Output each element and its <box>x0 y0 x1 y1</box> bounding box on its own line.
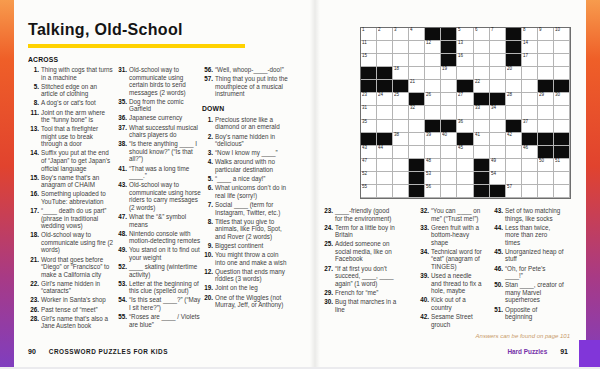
cell-number: 40 <box>442 133 447 137</box>
grid-cell[interactable]: 31 <box>361 106 377 119</box>
grid-cell[interactable] <box>441 185 457 198</box>
grid-cell[interactable] <box>393 185 409 198</box>
grid-cell[interactable]: 56 <box>425 185 441 198</box>
clue-across-36: 36.Japanese currency <box>116 114 201 122</box>
grid-cell[interactable]: 20 <box>506 67 522 80</box>
grid-cell[interactable]: 24 <box>377 93 393 106</box>
clue-down-3: 3.“Now I know my ____” <box>202 149 290 157</box>
page-gutter <box>310 0 320 369</box>
grid-cell[interactable] <box>474 67 490 80</box>
cell-number: 41 <box>475 133 480 137</box>
grid-cell[interactable] <box>554 120 570 133</box>
grid-cell[interactable]: 40 <box>441 133 457 146</box>
grid-cell-black <box>457 133 473 146</box>
cell-number: 25 <box>394 93 399 97</box>
grid-cell[interactable] <box>377 185 393 198</box>
grid-cell[interactable] <box>554 54 570 67</box>
grid-cell[interactable] <box>522 106 538 119</box>
grid-cell[interactable] <box>457 106 473 119</box>
grid-cell[interactable]: 19 <box>441 67 457 80</box>
grid-cell[interactable]: 39 <box>425 133 441 146</box>
grid-cell[interactable]: 25 <box>393 93 409 106</box>
clue-down-39: 39.Used a needle and thread to fix a hol… <box>418 272 482 295</box>
grid-cell[interactable] <box>409 67 425 80</box>
grid-cell[interactable]: 45 <box>457 146 473 159</box>
grid-cell[interactable] <box>506 106 522 119</box>
clue-across-35: 35.Dog from the comic Garfield <box>116 98 201 113</box>
clue-across-26: 26.Past tense of “meet” <box>28 306 115 314</box>
grid-cell[interactable] <box>506 80 522 93</box>
footer-right: Hard Puzzles 91 <box>430 348 568 355</box>
clue-across-43: 43.Old-school way to communicate using h… <box>116 181 201 211</box>
grid-cell-black <box>361 67 377 80</box>
clue-down-6: 6.What unicorns don’t do in real life (s… <box>202 184 290 199</box>
grid-cell[interactable]: 54 <box>490 172 506 185</box>
grid-cell[interactable]: 44 <box>377 146 393 159</box>
grid-cell[interactable] <box>441 159 457 172</box>
clue-down-12: 12.Question that ends many riddles (3 wo… <box>202 268 290 283</box>
grid-cell[interactable]: 12 <box>425 41 441 54</box>
clue-down-9: 9.Biggest continent <box>202 242 290 250</box>
cell-number: 47 <box>362 159 367 163</box>
grid-cell[interactable] <box>522 185 538 198</box>
grid-cell[interactable] <box>506 146 522 159</box>
cell-number: 15 <box>362 54 367 58</box>
clue-down-32: 32.“You can ____ on me” (“Trust me!”) <box>418 207 482 222</box>
clue-across-37: 37.What successful musical chairs player… <box>116 124 201 139</box>
grid-cell[interactable]: 4 <box>409 28 425 41</box>
grid-cell[interactable] <box>554 185 570 198</box>
grid-cell-black <box>393 80 409 93</box>
grid-cell[interactable] <box>538 172 554 185</box>
grid-cell[interactable] <box>409 146 425 159</box>
grid-cell[interactable] <box>490 41 506 54</box>
clue-across-21: 21.Word that goes before “Diego” or “Fra… <box>28 256 115 279</box>
grid-cell[interactable] <box>457 67 473 80</box>
clue-down-4: 4.Walks around with no particular destin… <box>202 158 290 173</box>
grid-cell-black <box>538 133 554 146</box>
clue-column-across-1: 1.Thing with cogs that turns in a machin… <box>28 66 115 331</box>
grid-cell-black <box>425 120 441 133</box>
grid-cell[interactable] <box>490 67 506 80</box>
cell-number: 42 <box>507 133 512 137</box>
grid-cell-black <box>409 172 425 185</box>
grid-cell[interactable] <box>409 54 425 67</box>
cell-number: 7 <box>491 28 493 32</box>
grid-cell[interactable] <box>441 146 457 159</box>
grid-cell[interactable]: 57 <box>506 185 522 198</box>
clue-down-1: 1.Precious stone like a diamond or an em… <box>202 116 290 131</box>
cell-number: 10 <box>555 28 560 32</box>
cell-number: 21 <box>410 80 415 84</box>
clue-column-across-down: 56.“Well, whoop-____-doo!”57.Thing that … <box>202 66 290 310</box>
grid-cell[interactable]: 42 <box>506 133 522 146</box>
grid-cell[interactable] <box>409 120 425 133</box>
cell-number: 45 <box>458 146 463 150</box>
grid-cell-black <box>441 54 457 67</box>
grid-cell[interactable] <box>457 159 473 172</box>
clue-down-29: 29.French for “me” <box>322 289 398 297</box>
clue-down-33: 33.Green fruit with a bottom-heavy shape <box>418 224 482 247</box>
clue-across-23: 23.Worker in Santa’s shop <box>28 296 115 304</box>
clue-across-52: 52.____ skating (wintertime activity) <box>116 263 201 278</box>
cell-number: 11 <box>362 41 367 45</box>
grid-cell[interactable] <box>377 120 393 133</box>
grid-cell[interactable]: 48 <box>425 159 441 172</box>
down-header: DOWN <box>202 105 290 113</box>
grid-cell[interactable] <box>393 41 409 54</box>
grid-cell[interactable]: 16 <box>457 54 473 67</box>
clue-down-2: 2.Boy’s name hidden in “delicious” <box>202 133 290 148</box>
grid-cell[interactable]: 35 <box>361 120 377 133</box>
cell-number: 44 <box>378 146 383 150</box>
grid-cell[interactable] <box>490 146 506 159</box>
grid-cell[interactable] <box>457 172 473 185</box>
grid-cell[interactable]: 1 <box>361 28 377 41</box>
cell-number: 31 <box>362 106 367 110</box>
clue-across-53: 53.Letter at the beginning of this clue … <box>116 280 201 295</box>
clue-across-18: 18.Old-school way to communicate using f… <box>28 231 115 254</box>
grid-cell[interactable] <box>506 172 522 185</box>
grid-cell[interactable]: 6 <box>474 28 490 41</box>
grid-cell-black <box>474 185 490 198</box>
clue-down-8: 8.Titles that you give to animals, like … <box>202 218 290 241</box>
clue-across-13: 13.Tool that a firefighter might use to … <box>28 125 115 148</box>
cell-number: 34 <box>491 106 496 110</box>
grid-cell[interactable] <box>425 106 441 119</box>
grid-cell-black <box>409 159 425 172</box>
cell-number: 12 <box>426 41 431 45</box>
grid-cell[interactable] <box>425 67 441 80</box>
cell-number: 56 <box>426 185 431 189</box>
grid-cell[interactable] <box>538 106 554 119</box>
cell-number: 23 <box>362 93 367 97</box>
clue-down-42: 42.Sesame Street grouch <box>418 313 482 328</box>
grid-cell[interactable]: 13 <box>457 41 473 54</box>
grid-cell[interactable] <box>393 106 409 119</box>
grid-cell[interactable] <box>441 80 457 93</box>
grid-cell[interactable] <box>538 185 554 198</box>
cell-number: 32 <box>410 106 415 110</box>
grid-cell[interactable]: 53 <box>425 172 441 185</box>
cell-number: 55 <box>362 185 367 189</box>
cell-number: 33 <box>475 106 480 110</box>
grid-cell[interactable]: 33 <box>474 106 490 119</box>
cell-number: 4 <box>410 28 412 32</box>
grid-cell[interactable]: 3 <box>393 28 409 41</box>
grid-cell[interactable] <box>393 146 409 159</box>
cell-number: 5 <box>458 28 460 32</box>
grid-cell-black <box>538 80 554 93</box>
clue-across-11: 11.Joint on the arm where the “funny bon… <box>28 109 115 124</box>
grid-cell-black <box>377 133 393 146</box>
title-underline <box>28 44 245 48</box>
grid-cell[interactable] <box>441 172 457 185</box>
clue-down-45: 45.Unorganized heap of stuff <box>492 248 564 263</box>
grid-cell[interactable] <box>377 172 393 185</box>
grid-cell[interactable] <box>409 41 425 54</box>
grid-cell[interactable] <box>377 41 393 54</box>
grid-cell[interactable]: 9 <box>538 28 554 41</box>
grid-cell[interactable] <box>490 80 506 93</box>
grid-cell[interactable] <box>538 67 554 80</box>
grid-cell[interactable]: 50 <box>538 159 554 172</box>
cell-number: 49 <box>491 159 496 163</box>
clue-down-20: 20.One of the Wiggles (not Murray, Jeff,… <box>202 294 290 309</box>
clue-down-46: 46.“Oh, for Pete’s ____!” <box>492 265 564 280</box>
grid-cell-black <box>425 28 441 41</box>
cell-number: 39 <box>426 133 431 137</box>
grid-cell[interactable]: 10 <box>554 28 570 41</box>
cell-number: 3 <box>394 28 396 32</box>
grid-cell-black <box>377 80 393 93</box>
clue-across-31: 31.Old-school way to communicate using c… <box>116 66 201 96</box>
cell-number: 19 <box>442 67 447 71</box>
grid-cell[interactable] <box>554 67 570 80</box>
clue-across-56: 56.“Well, whoop-____-doo!” <box>202 66 290 74</box>
grid-cell[interactable] <box>441 93 457 106</box>
clue-across-55: 55.“Roses are ____ / Violets are blue” <box>116 313 201 328</box>
grid-cell[interactable]: 36 <box>457 120 473 133</box>
grid-cell-black <box>506 41 522 54</box>
grid-cell[interactable] <box>457 185 473 198</box>
grid-cell-black <box>361 80 377 93</box>
grid-cell[interactable] <box>490 133 506 146</box>
grid-cell[interactable]: 22 <box>474 80 490 93</box>
grid-cell[interactable] <box>474 41 490 54</box>
grid-cell[interactable]: 21 <box>409 80 425 93</box>
grid-cell-black <box>554 80 570 93</box>
cell-number: 30 <box>555 93 560 97</box>
puzzle-title: Talking, Old-School <box>28 21 183 39</box>
grid-cell[interactable]: 26 <box>425 93 441 106</box>
clue-across-8: 8.A dog’s or cat’s foot <box>28 99 115 107</box>
grid-cell[interactable]: 38 <box>393 133 409 146</box>
grid-cell[interactable]: 2 <box>377 28 393 41</box>
grid-cell-black <box>506 54 522 67</box>
grid-cell[interactable] <box>474 54 490 67</box>
cell-number: 54 <box>491 172 496 176</box>
clue-down-24: 24.Term for a little boy in Britain <box>322 224 398 239</box>
cell-number: 37 <box>523 120 528 124</box>
across-header: ACROSS <box>28 56 58 63</box>
grid-cell[interactable] <box>554 106 570 119</box>
grid-cell[interactable] <box>474 120 490 133</box>
grid-cell[interactable] <box>538 120 554 133</box>
clue-down-51: 51.Opposite of beginning <box>492 306 564 321</box>
clue-down-23: 23.____-friendly (good for the environme… <box>322 207 398 222</box>
grid-cell-black <box>441 120 457 133</box>
cell-number: 36 <box>458 120 463 124</box>
cell-number: 20 <box>507 67 512 71</box>
grid-cell-black <box>409 185 425 198</box>
grid-cell[interactable] <box>393 54 409 67</box>
cell-number: 51 <box>555 159 560 163</box>
grid-cell[interactable] <box>425 146 441 159</box>
grid-cell-black <box>377 67 393 80</box>
clue-across-28: 28.Girl’s name that’s also a Jane Austen… <box>28 315 115 330</box>
grid-cell[interactable] <box>377 54 393 67</box>
page-number-left: 90 <box>28 348 36 355</box>
grid-cell-black <box>506 120 522 133</box>
grid-cell[interactable]: 34 <box>490 106 506 119</box>
grid-cell[interactable]: 41 <box>474 133 490 146</box>
grid-cell[interactable]: 29 <box>538 93 554 106</box>
cell-number: 22 <box>475 80 480 84</box>
cell-number: 53 <box>426 172 431 176</box>
cell-number: 14 <box>523 41 528 45</box>
cell-number: 48 <box>426 159 431 163</box>
cell-number: 9 <box>539 28 541 32</box>
grid-cell[interactable]: 18 <box>393 67 409 80</box>
section-name: Hard Puzzles <box>507 348 547 355</box>
grid-cell[interactable] <box>393 172 409 185</box>
clue-down-10: 10.You might throw a coin into one and m… <box>202 251 290 266</box>
grid-cell-black <box>538 146 554 159</box>
clue-column-down-3: 32.“You can ____ on me” (“Trust me!”)33.… <box>418 207 482 330</box>
cell-number: 27 <box>458 93 463 97</box>
grid-cell[interactable] <box>441 106 457 119</box>
clue-across-14: 14.Suffix you put at the end of “Japan” … <box>28 149 115 172</box>
clue-across-16: 16.Something uploaded to YouTube: abbrev… <box>28 190 115 205</box>
grid-cell[interactable]: 30 <box>554 93 570 106</box>
clue-down-5: 5.“____ a nice day!” <box>202 175 290 183</box>
grid-cell[interactable]: 52 <box>361 172 377 185</box>
clue-down-25: 25.Added someone on social media, like o… <box>322 240 398 263</box>
grid-cell-black <box>474 172 490 185</box>
grid-cell[interactable]: 11 <box>361 41 377 54</box>
grid-cell[interactable] <box>522 172 538 185</box>
grid-cell-black <box>554 146 570 159</box>
grid-cell[interactable]: 49 <box>490 159 506 172</box>
clue-down-44: 44.Less than twice, more than zero times <box>492 224 564 247</box>
grid-cell[interactable] <box>393 120 409 133</box>
grid-cell[interactable] <box>425 54 441 67</box>
page-number-right: 91 <box>560 348 568 355</box>
grid-cell[interactable]: 47 <box>361 159 377 172</box>
clue-across-5: 5.Stitched edge on an article of clothin… <box>28 83 115 98</box>
cell-number: 35 <box>362 120 367 124</box>
grid-cell[interactable] <box>490 54 506 67</box>
grid-cell[interactable]: 37 <box>522 120 538 133</box>
grid-cell[interactable] <box>538 54 554 67</box>
answers-note: Answers can be found on page 101 <box>370 333 570 339</box>
grid-cell[interactable]: 55 <box>361 185 377 198</box>
footer-left: 90 CROSSWORD PUZZLES FOR KIDS <box>28 348 168 355</box>
grid-cell[interactable] <box>538 41 554 54</box>
grid-cell[interactable] <box>377 106 393 119</box>
grid-cell[interactable] <box>393 159 409 172</box>
grid-cell[interactable]: 7 <box>490 28 506 41</box>
grid-cell[interactable] <box>377 159 393 172</box>
clue-down-34: 34.Technical word for “eat” (anagram of … <box>418 248 482 271</box>
cell-number: 2 <box>378 28 380 32</box>
grid-cell[interactable]: 8 <box>522 28 538 41</box>
clue-down-43: 43.Set of two matching things, like sock… <box>492 207 564 222</box>
cell-number: 17 <box>523 54 528 58</box>
clue-across-47: 47.What the “&” symbol means <box>116 213 201 228</box>
cell-number: 28 <box>507 93 512 97</box>
grid-cell[interactable] <box>554 41 570 54</box>
clue-across-22: 22.Girl’s name hidden in “cataracts” <box>28 280 115 295</box>
grid-cell[interactable]: 51 <box>554 159 570 172</box>
grid-cell[interactable] <box>474 146 490 159</box>
cell-number: 38 <box>394 133 399 137</box>
cell-number: 46 <box>523 146 528 150</box>
grid-cell-black <box>457 80 473 93</box>
grid-cell[interactable]: 28 <box>506 93 522 106</box>
cell-number: 50 <box>539 159 544 163</box>
grid-cell-black <box>554 133 570 146</box>
cell-number: 24 <box>378 93 383 97</box>
cell-number: 16 <box>458 54 463 58</box>
grid-cell[interactable] <box>425 80 441 93</box>
cell-number: 43 <box>362 146 367 150</box>
grid-cell[interactable]: 32 <box>409 106 425 119</box>
clue-column-across-2: 31.Old-school way to communicate using c… <box>116 66 201 330</box>
grid-cell-black <box>506 28 522 41</box>
grid-cell[interactable] <box>522 80 538 93</box>
grid-cell[interactable]: 15 <box>361 54 377 67</box>
clue-across-17: 17.“____ death do us part” (phrase in tr… <box>28 207 115 230</box>
grid-cell-black <box>474 159 490 172</box>
cell-number: 13 <box>458 41 463 45</box>
cell-number: 57 <box>507 185 512 189</box>
clue-across-38: 38.“Is there anything ____ I should know… <box>116 140 201 163</box>
clue-column-down-4: 43.Set of two matching things, like sock… <box>492 207 564 322</box>
grid-cell-black <box>441 28 457 41</box>
grid-cell[interactable]: 14 <box>522 41 538 54</box>
grid-cell-black <box>522 133 538 146</box>
cell-number: 6 <box>475 28 477 32</box>
clue-across-15: 15.Boy’s name that’s an anagram of CHAIM <box>28 174 115 189</box>
grid-cell-black <box>361 133 377 146</box>
clue-across-41: 41.“That was a long time ____.” <box>116 165 201 180</box>
grid-cell[interactable] <box>522 67 538 80</box>
clue-down-50: 50.Stan ____, creator of many Marvel sup… <box>492 281 564 304</box>
grid-cell[interactable]: 27 <box>457 93 473 106</box>
grid-cell[interactable] <box>506 159 522 172</box>
clue-down-40: 40.Kick out of a country <box>418 296 482 311</box>
grid-cell[interactable] <box>522 159 538 172</box>
cell-number: 26 <box>426 93 431 97</box>
grid-cell[interactable] <box>409 133 425 146</box>
grid-cell[interactable]: 5 <box>457 28 473 41</box>
cell-number: 8 <box>523 28 525 32</box>
book-title: CROSSWORD PUZZLES FOR KIDS <box>49 348 168 355</box>
clue-across-1: 1.Thing with cogs that turns in a machin… <box>28 66 115 81</box>
grid-cell[interactable] <box>554 172 570 185</box>
grid-cell-black <box>490 185 506 198</box>
grid-cell[interactable]: 43 <box>361 146 377 159</box>
section-tab <box>579 340 600 369</box>
clue-down-27: 27.“If at first you don’t succeed, ____,… <box>322 265 398 288</box>
cell-number: 52 <box>362 172 367 176</box>
grid-cell[interactable] <box>490 120 506 133</box>
grid-cell[interactable]: 17 <box>522 54 538 67</box>
clue-column-down-2: 23.____-friendly (good for the environme… <box>322 207 398 315</box>
clue-down-30: 30.Bug that marches in a line <box>322 298 398 313</box>
crossword-grid: 1234567891011121314151617181920212223242… <box>360 27 571 199</box>
grid-cell[interactable] <box>522 93 538 106</box>
clue-across-54: 54.“Is this seat ____?” (“May I sit here… <box>116 296 201 311</box>
grid-cell[interactable]: 46 <box>522 146 538 159</box>
clue-across-48: 48.Nintendo console with motion-detectin… <box>116 230 201 245</box>
cell-number: 1 <box>362 28 364 32</box>
clue-down-7: 7.Social ____ (term for Instagram, Twitt… <box>202 201 290 216</box>
clue-down-19: 19.Joint on the leg <box>202 284 290 292</box>
cell-number: 18 <box>394 67 399 71</box>
